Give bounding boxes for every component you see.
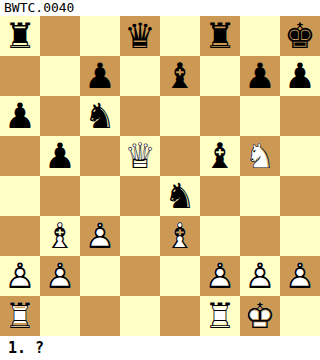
black-queen: ♛	[120, 16, 160, 56]
white-pawn: ♟♙	[80, 216, 120, 256]
white-bishop: ♝♗	[40, 216, 80, 256]
square-e4[interactable]: ♞	[160, 176, 200, 216]
square-d7[interactable]	[120, 56, 160, 96]
square-f1[interactable]: ♜♖	[200, 296, 240, 336]
black-knight: ♞	[80, 96, 120, 136]
square-h7[interactable]: ♟	[280, 56, 320, 96]
white-bishop: ♝♗	[160, 216, 200, 256]
square-e8[interactable]	[160, 16, 200, 56]
square-h6[interactable]	[280, 96, 320, 136]
square-g3[interactable]	[240, 216, 280, 256]
status-bar: 1. ?	[0, 336, 320, 360]
white-pawn: ♟♙	[200, 256, 240, 296]
square-g2[interactable]: ♟♙	[240, 256, 280, 296]
square-b8[interactable]	[40, 16, 80, 56]
square-a6[interactable]: ♟	[0, 96, 40, 136]
square-f5[interactable]: ♝	[200, 136, 240, 176]
square-g7[interactable]: ♟	[240, 56, 280, 96]
square-g6[interactable]	[240, 96, 280, 136]
square-h8[interactable]: ♚	[280, 16, 320, 56]
puzzle-title: BWTC.0040	[0, 0, 74, 16]
black-rook: ♜	[200, 16, 240, 56]
square-c6[interactable]: ♞	[80, 96, 120, 136]
black-pawn: ♟	[280, 56, 320, 96]
white-king: ♚♔	[240, 296, 280, 336]
square-a1[interactable]: ♜♖	[0, 296, 40, 336]
square-c8[interactable]	[80, 16, 120, 56]
square-d4[interactable]	[120, 176, 160, 216]
square-e3[interactable]: ♝♗	[160, 216, 200, 256]
white-knight: ♞♘	[240, 136, 280, 176]
square-b2[interactable]: ♟♙	[40, 256, 80, 296]
square-c5[interactable]	[80, 136, 120, 176]
white-rook: ♜♖	[0, 296, 40, 336]
black-king: ♚	[280, 16, 320, 56]
square-g5[interactable]: ♞♘	[240, 136, 280, 176]
black-rook: ♜	[0, 16, 40, 56]
square-a8[interactable]: ♜	[0, 16, 40, 56]
square-g4[interactable]	[240, 176, 280, 216]
title-bar: BWTC.0040	[0, 0, 320, 16]
square-b1[interactable]	[40, 296, 80, 336]
black-pawn: ♟	[0, 96, 40, 136]
square-c4[interactable]	[80, 176, 120, 216]
square-g8[interactable]	[240, 16, 280, 56]
square-d6[interactable]	[120, 96, 160, 136]
black-pawn: ♟	[40, 136, 80, 176]
square-c3[interactable]: ♟♙	[80, 216, 120, 256]
square-a5[interactable]	[0, 136, 40, 176]
black-bishop: ♝	[200, 136, 240, 176]
square-g1[interactable]: ♚♔	[240, 296, 280, 336]
square-b3[interactable]: ♝♗	[40, 216, 80, 256]
square-c2[interactable]	[80, 256, 120, 296]
square-b7[interactable]	[40, 56, 80, 96]
square-f4[interactable]	[200, 176, 240, 216]
square-f7[interactable]	[200, 56, 240, 96]
square-f8[interactable]: ♜	[200, 16, 240, 56]
white-rook: ♜♖	[200, 296, 240, 336]
square-e6[interactable]	[160, 96, 200, 136]
square-d1[interactable]	[120, 296, 160, 336]
square-d2[interactable]	[120, 256, 160, 296]
square-a7[interactable]	[0, 56, 40, 96]
square-e2[interactable]	[160, 256, 200, 296]
square-f3[interactable]	[200, 216, 240, 256]
square-e7[interactable]: ♝	[160, 56, 200, 96]
square-a3[interactable]	[0, 216, 40, 256]
square-b5[interactable]: ♟	[40, 136, 80, 176]
white-pawn: ♟♙	[40, 256, 80, 296]
square-e5[interactable]	[160, 136, 200, 176]
square-b6[interactable]	[40, 96, 80, 136]
square-c1[interactable]	[80, 296, 120, 336]
black-knight: ♞	[160, 176, 200, 216]
white-pawn: ♟♙	[280, 256, 320, 296]
white-pawn: ♟♙	[240, 256, 280, 296]
square-f6[interactable]	[200, 96, 240, 136]
square-a4[interactable]	[0, 176, 40, 216]
square-c7[interactable]: ♟	[80, 56, 120, 96]
square-h2[interactable]: ♟♙	[280, 256, 320, 296]
black-bishop: ♝	[160, 56, 200, 96]
black-pawn: ♟	[240, 56, 280, 96]
square-e1[interactable]	[160, 296, 200, 336]
move-prompt: 1. ?	[0, 336, 44, 360]
square-d3[interactable]	[120, 216, 160, 256]
white-pawn: ♟♙	[0, 256, 40, 296]
chess-board: ♜♛♜♚♟♝♟♟♟♞♟♛♕♝♞♘♞♝♗♟♙♝♗♟♙♟♙♟♙♟♙♟♙♜♖♜♖♚♔	[0, 16, 320, 336]
square-d8[interactable]: ♛	[120, 16, 160, 56]
square-f2[interactable]: ♟♙	[200, 256, 240, 296]
square-h3[interactable]	[280, 216, 320, 256]
square-a2[interactable]: ♟♙	[0, 256, 40, 296]
square-d5[interactable]: ♛♕	[120, 136, 160, 176]
square-h5[interactable]	[280, 136, 320, 176]
white-queen: ♛♕	[120, 136, 160, 176]
square-h4[interactable]	[280, 176, 320, 216]
square-b4[interactable]	[40, 176, 80, 216]
square-h1[interactable]	[280, 296, 320, 336]
black-pawn: ♟	[80, 56, 120, 96]
